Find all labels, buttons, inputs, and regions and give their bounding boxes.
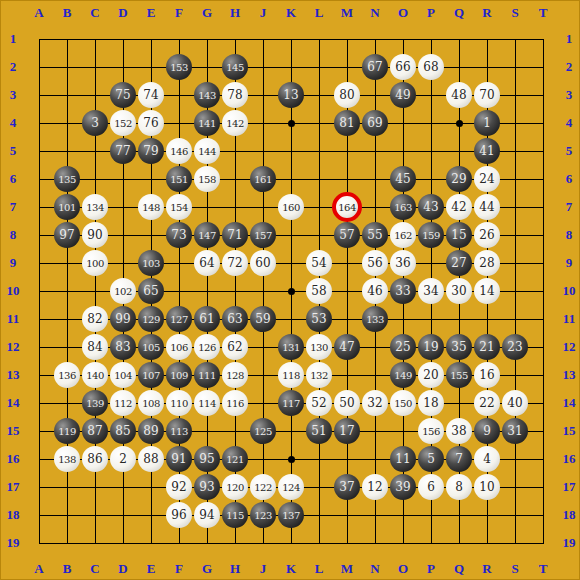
intersection-L10[interactable]: 58 [305, 277, 333, 305]
intersection-K16[interactable] [277, 445, 305, 473]
intersection-Q5[interactable] [445, 137, 473, 165]
intersection-T10[interactable] [529, 277, 557, 305]
intersection-S1[interactable] [501, 25, 529, 53]
intersection-L14[interactable]: 52 [305, 389, 333, 417]
intersection-S10[interactable] [501, 277, 529, 305]
intersection-J11[interactable]: 59 [249, 305, 277, 333]
intersection-O15[interactable] [389, 417, 417, 445]
intersection-O12[interactable]: 25 [389, 333, 417, 361]
intersection-J4[interactable] [249, 109, 277, 137]
intersection-C19[interactable] [81, 529, 109, 557]
intersection-O2[interactable]: 66 [389, 53, 417, 81]
intersection-J17[interactable]: 122 [249, 473, 277, 501]
intersection-J9[interactable]: 60 [249, 249, 277, 277]
intersection-O14[interactable]: 150 [389, 389, 417, 417]
intersection-A6[interactable] [25, 165, 53, 193]
intersection-R19[interactable] [473, 529, 501, 557]
intersection-J15[interactable]: 125 [249, 417, 277, 445]
intersection-F6[interactable]: 151 [165, 165, 193, 193]
intersection-F13[interactable]: 109 [165, 361, 193, 389]
intersection-B2[interactable] [53, 53, 81, 81]
intersection-R15[interactable]: 9 [473, 417, 501, 445]
intersection-B13[interactable]: 136 [53, 361, 81, 389]
intersection-N8[interactable]: 55 [361, 221, 389, 249]
intersection-L1[interactable] [305, 25, 333, 53]
intersection-C14[interactable]: 139 [81, 389, 109, 417]
intersection-B14[interactable] [53, 389, 81, 417]
intersection-J18[interactable]: 123 [249, 501, 277, 529]
intersection-A12[interactable] [25, 333, 53, 361]
intersection-T9[interactable] [529, 249, 557, 277]
intersection-R10[interactable]: 14 [473, 277, 501, 305]
intersection-S7[interactable] [501, 193, 529, 221]
intersection-O10[interactable]: 33 [389, 277, 417, 305]
intersection-G15[interactable] [193, 417, 221, 445]
intersection-H3[interactable]: 78 [221, 81, 249, 109]
intersection-P14[interactable]: 18 [417, 389, 445, 417]
intersection-P18[interactable] [417, 501, 445, 529]
intersection-R11[interactable] [473, 305, 501, 333]
intersection-S16[interactable] [501, 445, 529, 473]
intersection-E12[interactable]: 105 [137, 333, 165, 361]
intersection-P15[interactable]: 156 [417, 417, 445, 445]
intersection-C3[interactable] [81, 81, 109, 109]
intersection-F7[interactable]: 154 [165, 193, 193, 221]
intersection-A1[interactable] [25, 25, 53, 53]
intersection-D15[interactable]: 85 [109, 417, 137, 445]
intersection-G12[interactable]: 126 [193, 333, 221, 361]
intersection-M4[interactable]: 81 [333, 109, 361, 137]
intersection-J1[interactable] [249, 25, 277, 53]
intersection-E7[interactable]: 148 [137, 193, 165, 221]
intersection-S14[interactable]: 40 [501, 389, 529, 417]
intersection-D16[interactable]: 2 [109, 445, 137, 473]
intersection-S18[interactable] [501, 501, 529, 529]
intersection-B19[interactable] [53, 529, 81, 557]
intersection-A13[interactable] [25, 361, 53, 389]
intersection-D19[interactable] [109, 529, 137, 557]
intersection-L13[interactable]: 132 [305, 361, 333, 389]
intersection-D3[interactable]: 75 [109, 81, 137, 109]
intersection-Q4[interactable] [445, 109, 473, 137]
intersection-M7[interactable]: 164 [333, 193, 361, 221]
intersection-N15[interactable] [361, 417, 389, 445]
intersection-N2[interactable]: 67 [361, 53, 389, 81]
intersection-E14[interactable]: 108 [137, 389, 165, 417]
intersection-P7[interactable]: 43 [417, 193, 445, 221]
intersection-E8[interactable] [137, 221, 165, 249]
intersection-H8[interactable]: 71 [221, 221, 249, 249]
intersection-R13[interactable]: 16 [473, 361, 501, 389]
intersection-G6[interactable]: 158 [193, 165, 221, 193]
intersection-C13[interactable]: 140 [81, 361, 109, 389]
intersection-Q1[interactable] [445, 25, 473, 53]
intersection-E9[interactable]: 103 [137, 249, 165, 277]
intersection-B12[interactable] [53, 333, 81, 361]
intersection-B16[interactable]: 138 [53, 445, 81, 473]
intersection-R9[interactable]: 28 [473, 249, 501, 277]
intersection-D9[interactable] [109, 249, 137, 277]
intersection-L6[interactable] [305, 165, 333, 193]
intersection-F11[interactable]: 127 [165, 305, 193, 333]
intersection-F4[interactable] [165, 109, 193, 137]
intersection-T2[interactable] [529, 53, 557, 81]
intersection-M18[interactable] [333, 501, 361, 529]
intersection-G8[interactable]: 147 [193, 221, 221, 249]
intersection-D2[interactable] [109, 53, 137, 81]
intersection-G18[interactable]: 94 [193, 501, 221, 529]
intersection-D17[interactable] [109, 473, 137, 501]
intersection-Q13[interactable]: 155 [445, 361, 473, 389]
intersection-C17[interactable] [81, 473, 109, 501]
intersection-S5[interactable] [501, 137, 529, 165]
intersection-G5[interactable]: 144 [193, 137, 221, 165]
intersection-G4[interactable]: 141 [193, 109, 221, 137]
intersection-O5[interactable] [389, 137, 417, 165]
intersection-M15[interactable]: 17 [333, 417, 361, 445]
intersection-B10[interactable] [53, 277, 81, 305]
intersection-J6[interactable]: 161 [249, 165, 277, 193]
intersection-N10[interactable]: 46 [361, 277, 389, 305]
intersection-A15[interactable] [25, 417, 53, 445]
intersection-J5[interactable] [249, 137, 277, 165]
intersection-N13[interactable] [361, 361, 389, 389]
intersection-G10[interactable] [193, 277, 221, 305]
intersection-C18[interactable] [81, 501, 109, 529]
intersection-K9[interactable] [277, 249, 305, 277]
intersection-C15[interactable]: 87 [81, 417, 109, 445]
intersection-L18[interactable] [305, 501, 333, 529]
intersection-O19[interactable] [389, 529, 417, 557]
intersection-E16[interactable]: 88 [137, 445, 165, 473]
intersection-N7[interactable] [361, 193, 389, 221]
intersection-C8[interactable]: 90 [81, 221, 109, 249]
intersection-K19[interactable] [277, 529, 305, 557]
intersection-P4[interactable] [417, 109, 445, 137]
intersection-N11[interactable]: 133 [361, 305, 389, 333]
intersection-K14[interactable]: 117 [277, 389, 305, 417]
intersection-S2[interactable] [501, 53, 529, 81]
intersection-G11[interactable]: 61 [193, 305, 221, 333]
intersection-J3[interactable] [249, 81, 277, 109]
intersection-C1[interactable] [81, 25, 109, 53]
intersection-S15[interactable]: 31 [501, 417, 529, 445]
intersection-E18[interactable] [137, 501, 165, 529]
intersection-Q19[interactable] [445, 529, 473, 557]
intersection-C6[interactable] [81, 165, 109, 193]
intersection-A17[interactable] [25, 473, 53, 501]
intersection-D8[interactable] [109, 221, 137, 249]
intersection-Q18[interactable] [445, 501, 473, 529]
intersection-S4[interactable] [501, 109, 529, 137]
intersection-M19[interactable] [333, 529, 361, 557]
intersection-K2[interactable] [277, 53, 305, 81]
intersection-E19[interactable] [137, 529, 165, 557]
intersection-M6[interactable] [333, 165, 361, 193]
intersection-G19[interactable] [193, 529, 221, 557]
intersection-M5[interactable] [333, 137, 361, 165]
intersection-P12[interactable]: 19 [417, 333, 445, 361]
intersection-B18[interactable] [53, 501, 81, 529]
intersection-R18[interactable] [473, 501, 501, 529]
intersection-L9[interactable]: 54 [305, 249, 333, 277]
intersection-P16[interactable]: 5 [417, 445, 445, 473]
intersection-N9[interactable]: 56 [361, 249, 389, 277]
intersection-P10[interactable]: 34 [417, 277, 445, 305]
intersection-S9[interactable] [501, 249, 529, 277]
intersection-H17[interactable]: 120 [221, 473, 249, 501]
intersection-C11[interactable]: 82 [81, 305, 109, 333]
intersection-K4[interactable] [277, 109, 305, 137]
intersection-R12[interactable]: 21 [473, 333, 501, 361]
intersection-E6[interactable] [137, 165, 165, 193]
intersection-H6[interactable] [221, 165, 249, 193]
intersection-S13[interactable] [501, 361, 529, 389]
intersection-L3[interactable] [305, 81, 333, 109]
intersection-P9[interactable] [417, 249, 445, 277]
intersection-R3[interactable]: 70 [473, 81, 501, 109]
intersection-L17[interactable] [305, 473, 333, 501]
intersection-T5[interactable] [529, 137, 557, 165]
intersection-E5[interactable]: 79 [137, 137, 165, 165]
intersection-A14[interactable] [25, 389, 53, 417]
intersection-A3[interactable] [25, 81, 53, 109]
intersection-N6[interactable] [361, 165, 389, 193]
intersection-N4[interactable]: 69 [361, 109, 389, 137]
intersection-C9[interactable]: 100 [81, 249, 109, 277]
intersection-D11[interactable]: 99 [109, 305, 137, 333]
intersection-F12[interactable]: 106 [165, 333, 193, 361]
intersection-A18[interactable] [25, 501, 53, 529]
intersection-S6[interactable] [501, 165, 529, 193]
intersection-D10[interactable]: 102 [109, 277, 137, 305]
intersection-B8[interactable]: 97 [53, 221, 81, 249]
intersection-O13[interactable]: 149 [389, 361, 417, 389]
intersection-D13[interactable]: 104 [109, 361, 137, 389]
intersection-Q8[interactable]: 15 [445, 221, 473, 249]
intersection-N17[interactable]: 12 [361, 473, 389, 501]
intersection-E11[interactable]: 129 [137, 305, 165, 333]
intersection-T4[interactable] [529, 109, 557, 137]
intersection-N5[interactable] [361, 137, 389, 165]
intersection-N3[interactable] [361, 81, 389, 109]
intersection-J2[interactable] [249, 53, 277, 81]
intersection-H12[interactable]: 62 [221, 333, 249, 361]
intersection-T15[interactable] [529, 417, 557, 445]
intersection-F3[interactable] [165, 81, 193, 109]
intersection-R8[interactable]: 26 [473, 221, 501, 249]
intersection-T16[interactable] [529, 445, 557, 473]
intersection-Q16[interactable]: 7 [445, 445, 473, 473]
intersection-Q14[interactable] [445, 389, 473, 417]
intersection-F8[interactable]: 73 [165, 221, 193, 249]
intersection-M17[interactable]: 37 [333, 473, 361, 501]
intersection-F14[interactable]: 110 [165, 389, 193, 417]
intersection-H11[interactable]: 63 [221, 305, 249, 333]
intersection-O8[interactable]: 162 [389, 221, 417, 249]
intersection-T1[interactable] [529, 25, 557, 53]
intersection-T11[interactable] [529, 305, 557, 333]
intersection-Q11[interactable] [445, 305, 473, 333]
intersection-C5[interactable] [81, 137, 109, 165]
intersection-G7[interactable] [193, 193, 221, 221]
intersection-J12[interactable] [249, 333, 277, 361]
intersection-E17[interactable] [137, 473, 165, 501]
intersection-O4[interactable] [389, 109, 417, 137]
intersection-C4[interactable]: 3 [81, 109, 109, 137]
intersection-T8[interactable] [529, 221, 557, 249]
intersection-Q15[interactable]: 38 [445, 417, 473, 445]
intersection-O7[interactable]: 163 [389, 193, 417, 221]
intersection-R5[interactable]: 41 [473, 137, 501, 165]
intersection-K5[interactable] [277, 137, 305, 165]
intersection-B1[interactable] [53, 25, 81, 53]
intersection-B6[interactable]: 135 [53, 165, 81, 193]
intersection-H7[interactable] [221, 193, 249, 221]
intersection-H1[interactable] [221, 25, 249, 53]
intersection-M9[interactable] [333, 249, 361, 277]
intersection-M13[interactable] [333, 361, 361, 389]
intersection-M8[interactable]: 57 [333, 221, 361, 249]
intersection-M10[interactable] [333, 277, 361, 305]
intersection-T7[interactable] [529, 193, 557, 221]
intersection-T17[interactable] [529, 473, 557, 501]
intersection-E15[interactable]: 89 [137, 417, 165, 445]
intersection-H13[interactable]: 128 [221, 361, 249, 389]
intersection-H10[interactable] [221, 277, 249, 305]
intersection-F15[interactable]: 113 [165, 417, 193, 445]
intersection-F5[interactable]: 146 [165, 137, 193, 165]
intersection-T19[interactable] [529, 529, 557, 557]
intersection-N19[interactable] [361, 529, 389, 557]
intersection-N1[interactable] [361, 25, 389, 53]
intersection-A10[interactable] [25, 277, 53, 305]
intersection-B15[interactable]: 119 [53, 417, 81, 445]
intersection-R2[interactable] [473, 53, 501, 81]
intersection-F10[interactable] [165, 277, 193, 305]
intersection-N14[interactable]: 32 [361, 389, 389, 417]
intersection-F1[interactable] [165, 25, 193, 53]
intersection-R4[interactable]: 1 [473, 109, 501, 137]
intersection-D14[interactable]: 112 [109, 389, 137, 417]
intersection-H2[interactable]: 145 [221, 53, 249, 81]
intersection-L12[interactable]: 130 [305, 333, 333, 361]
intersection-K7[interactable]: 160 [277, 193, 305, 221]
intersection-L11[interactable]: 53 [305, 305, 333, 333]
intersection-D18[interactable] [109, 501, 137, 529]
intersection-O17[interactable]: 39 [389, 473, 417, 501]
intersection-K3[interactable]: 13 [277, 81, 305, 109]
intersection-S8[interactable] [501, 221, 529, 249]
intersection-P2[interactable]: 68 [417, 53, 445, 81]
intersection-P3[interactable] [417, 81, 445, 109]
intersection-T14[interactable] [529, 389, 557, 417]
intersection-F17[interactable]: 92 [165, 473, 193, 501]
intersection-K13[interactable]: 118 [277, 361, 305, 389]
intersection-C12[interactable]: 84 [81, 333, 109, 361]
intersection-E2[interactable] [137, 53, 165, 81]
intersection-S12[interactable]: 23 [501, 333, 529, 361]
intersection-M1[interactable] [333, 25, 361, 53]
intersection-K6[interactable] [277, 165, 305, 193]
intersection-K11[interactable] [277, 305, 305, 333]
intersection-S17[interactable] [501, 473, 529, 501]
intersection-O1[interactable] [389, 25, 417, 53]
intersection-K15[interactable] [277, 417, 305, 445]
intersection-T3[interactable] [529, 81, 557, 109]
intersection-O3[interactable]: 49 [389, 81, 417, 109]
intersection-G14[interactable]: 114 [193, 389, 221, 417]
intersection-A4[interactable] [25, 109, 53, 137]
intersection-B11[interactable] [53, 305, 81, 333]
intersection-K10[interactable] [277, 277, 305, 305]
intersection-P8[interactable]: 159 [417, 221, 445, 249]
intersection-T18[interactable] [529, 501, 557, 529]
intersection-R7[interactable]: 44 [473, 193, 501, 221]
intersection-M11[interactable] [333, 305, 361, 333]
intersection-H5[interactable] [221, 137, 249, 165]
intersection-F2[interactable]: 153 [165, 53, 193, 81]
intersection-Q3[interactable]: 48 [445, 81, 473, 109]
intersection-B5[interactable] [53, 137, 81, 165]
intersection-H16[interactable]: 121 [221, 445, 249, 473]
intersection-G16[interactable]: 95 [193, 445, 221, 473]
intersection-A8[interactable] [25, 221, 53, 249]
intersection-C7[interactable]: 134 [81, 193, 109, 221]
intersection-M2[interactable] [333, 53, 361, 81]
intersection-A2[interactable] [25, 53, 53, 81]
intersection-H4[interactable]: 142 [221, 109, 249, 137]
intersection-B3[interactable] [53, 81, 81, 109]
intersection-M3[interactable]: 80 [333, 81, 361, 109]
intersection-A11[interactable] [25, 305, 53, 333]
intersection-Q9[interactable]: 27 [445, 249, 473, 277]
intersection-H18[interactable]: 115 [221, 501, 249, 529]
intersection-A16[interactable] [25, 445, 53, 473]
intersection-D6[interactable] [109, 165, 137, 193]
intersection-B17[interactable] [53, 473, 81, 501]
intersection-L19[interactable] [305, 529, 333, 557]
intersection-E1[interactable] [137, 25, 165, 53]
intersection-H15[interactable] [221, 417, 249, 445]
intersection-S19[interactable] [501, 529, 529, 557]
intersection-Q7[interactable]: 42 [445, 193, 473, 221]
intersection-K12[interactable]: 131 [277, 333, 305, 361]
intersection-C2[interactable] [81, 53, 109, 81]
intersection-M14[interactable]: 50 [333, 389, 361, 417]
intersection-H19[interactable] [221, 529, 249, 557]
intersection-P5[interactable] [417, 137, 445, 165]
intersection-A19[interactable] [25, 529, 53, 557]
intersection-F16[interactable]: 91 [165, 445, 193, 473]
intersection-J19[interactable] [249, 529, 277, 557]
intersection-D7[interactable] [109, 193, 137, 221]
intersection-O9[interactable]: 36 [389, 249, 417, 277]
intersection-G2[interactable] [193, 53, 221, 81]
intersection-C16[interactable]: 86 [81, 445, 109, 473]
intersection-R6[interactable]: 24 [473, 165, 501, 193]
intersection-Q10[interactable]: 30 [445, 277, 473, 305]
intersection-J13[interactable] [249, 361, 277, 389]
intersection-E3[interactable]: 74 [137, 81, 165, 109]
intersection-F18[interactable]: 96 [165, 501, 193, 529]
intersection-L8[interactable] [305, 221, 333, 249]
intersection-P1[interactable] [417, 25, 445, 53]
intersection-E10[interactable]: 65 [137, 277, 165, 305]
intersection-L5[interactable] [305, 137, 333, 165]
intersection-G17[interactable]: 93 [193, 473, 221, 501]
intersection-Q12[interactable]: 35 [445, 333, 473, 361]
